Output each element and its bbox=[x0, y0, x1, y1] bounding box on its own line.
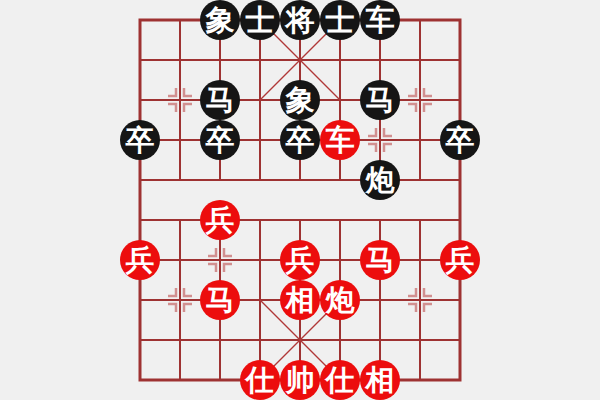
piece-black[interactable]: 象 bbox=[280, 80, 320, 120]
piece-glyph: 象 bbox=[206, 0, 235, 40]
piece-red[interactable]: 帅 bbox=[280, 360, 320, 400]
piece-glyph: 仕 bbox=[246, 360, 275, 400]
piece-glyph: 象 bbox=[286, 80, 315, 120]
xiangqi-board: 象士将士车马象马卒卒卒车卒炮兵兵兵马兵马相炮仕帅仕相 bbox=[0, 0, 600, 400]
piece-glyph: 马 bbox=[366, 80, 395, 120]
piece-grid[interactable]: 象士将士车马象马卒卒卒车卒炮兵兵兵马兵马相炮仕帅仕相 bbox=[120, 0, 480, 400]
piece-black[interactable]: 卒 bbox=[120, 120, 160, 160]
piece-glyph: 兵 bbox=[286, 240, 315, 280]
piece-glyph: 相 bbox=[286, 280, 315, 320]
piece-red[interactable]: 仕 bbox=[320, 360, 360, 400]
piece-black[interactable]: 车 bbox=[360, 0, 400, 40]
piece-red[interactable]: 相 bbox=[360, 360, 400, 400]
piece-red[interactable]: 仕 bbox=[240, 360, 280, 400]
piece-glyph: 马 bbox=[206, 280, 235, 320]
piece-glyph: 兵 bbox=[446, 240, 475, 280]
piece-glyph: 车 bbox=[366, 0, 395, 40]
piece-red[interactable]: 马 bbox=[360, 240, 400, 280]
piece-black[interactable]: 马 bbox=[360, 80, 400, 120]
piece-glyph: 车 bbox=[326, 120, 355, 160]
piece-black[interactable]: 将 bbox=[280, 0, 320, 40]
piece-black[interactable]: 象 bbox=[200, 0, 240, 40]
piece-glyph: 炮 bbox=[326, 280, 355, 320]
piece-glyph: 帅 bbox=[286, 360, 315, 400]
piece-black[interactable]: 卒 bbox=[200, 120, 240, 160]
piece-glyph: 士 bbox=[246, 0, 275, 40]
piece-glyph: 卒 bbox=[206, 120, 235, 160]
piece-glyph: 相 bbox=[366, 360, 395, 400]
piece-glyph: 炮 bbox=[366, 160, 395, 200]
piece-black[interactable]: 士 bbox=[320, 0, 360, 40]
piece-red[interactable]: 兵 bbox=[200, 200, 240, 240]
piece-red[interactable]: 兵 bbox=[280, 240, 320, 280]
piece-red[interactable]: 相 bbox=[280, 280, 320, 320]
piece-black[interactable]: 马 bbox=[200, 80, 240, 120]
piece-glyph: 卒 bbox=[286, 120, 315, 160]
piece-black[interactable]: 炮 bbox=[360, 160, 400, 200]
piece-red[interactable]: 车 bbox=[320, 120, 360, 160]
piece-black[interactable]: 卒 bbox=[440, 120, 480, 160]
piece-glyph: 兵 bbox=[206, 200, 235, 240]
piece-glyph: 仕 bbox=[326, 360, 355, 400]
piece-glyph: 兵 bbox=[126, 240, 155, 280]
piece-black[interactable]: 士 bbox=[240, 0, 280, 40]
piece-red[interactable]: 兵 bbox=[120, 240, 160, 280]
piece-glyph: 士 bbox=[326, 0, 355, 40]
piece-black[interactable]: 卒 bbox=[280, 120, 320, 160]
piece-glyph: 马 bbox=[366, 240, 395, 280]
piece-glyph: 马 bbox=[206, 80, 235, 120]
piece-red[interactable]: 炮 bbox=[320, 280, 360, 320]
piece-red[interactable]: 马 bbox=[200, 280, 240, 320]
piece-glyph: 将 bbox=[286, 0, 315, 40]
piece-red[interactable]: 兵 bbox=[440, 240, 480, 280]
piece-glyph: 卒 bbox=[446, 120, 475, 160]
piece-glyph: 卒 bbox=[126, 120, 155, 160]
